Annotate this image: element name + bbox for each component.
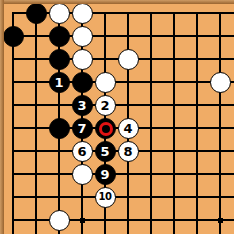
stone-black[interactable] <box>26 3 47 24</box>
stone-number-label: 4 <box>123 122 132 135</box>
stone-black-move-7[interactable]: 7 <box>72 118 93 139</box>
grid-hline <box>12 104 234 106</box>
stone-white[interactable] <box>72 164 93 185</box>
stone-white-move-10[interactable]: 10 <box>95 187 116 208</box>
stone-black-move-1[interactable]: 1 <box>49 72 70 93</box>
stone-white[interactable] <box>72 26 93 47</box>
grid-hline <box>12 35 234 37</box>
stone-white-move-2[interactable]: 2 <box>95 95 116 116</box>
grid-vline <box>150 12 152 234</box>
stone-number-label: 7 <box>77 122 86 135</box>
stone-number-label: 6 <box>77 145 86 158</box>
stone-number-label: 3 <box>77 99 86 112</box>
go-board[interactable]: 13274658910 <box>0 0 234 234</box>
stone-white[interactable] <box>118 49 139 70</box>
stone-white[interactable] <box>95 72 116 93</box>
stone-black-marked[interactable] <box>95 118 116 139</box>
stone-white-move-6[interactable]: 6 <box>72 141 93 162</box>
stone-black[interactable] <box>49 26 70 47</box>
red-circle-marker-icon <box>99 122 113 136</box>
stone-number-label: 9 <box>100 168 109 181</box>
stone-number-label: 5 <box>100 145 109 158</box>
grid-vline <box>196 12 198 234</box>
stone-black-move-3[interactable]: 3 <box>72 95 93 116</box>
stone-number-label: 2 <box>100 99 109 112</box>
stone-number-label: 8 <box>123 145 132 158</box>
stone-number-label: 10 <box>99 192 112 202</box>
grid-vline <box>219 12 221 234</box>
stone-white[interactable] <box>49 3 70 24</box>
stone-white[interactable] <box>72 3 93 24</box>
grid-hline <box>12 81 234 83</box>
stone-white-move-4[interactable]: 4 <box>118 118 139 139</box>
stone-black-move-5[interactable]: 5 <box>95 141 116 162</box>
stone-number-label: 1 <box>54 76 63 89</box>
grid-vline <box>35 12 37 234</box>
stone-black-move-9[interactable]: 9 <box>95 164 116 185</box>
star-point <box>218 218 223 223</box>
grid-vline <box>173 12 175 234</box>
board-edge-left <box>0 0 4 234</box>
grid-hline <box>12 196 234 198</box>
stone-white[interactable] <box>210 72 231 93</box>
stone-black[interactable] <box>49 118 70 139</box>
grid-hline <box>12 173 234 175</box>
board-edge-top <box>0 0 234 4</box>
stone-black[interactable] <box>72 72 93 93</box>
grid-hline <box>12 219 234 221</box>
star-point <box>80 218 85 223</box>
stone-white[interactable] <box>49 210 70 231</box>
stone-black[interactable] <box>49 49 70 70</box>
stone-black[interactable] <box>3 26 24 47</box>
stone-white-move-8[interactable]: 8 <box>118 141 139 162</box>
stone-white[interactable] <box>72 49 93 70</box>
